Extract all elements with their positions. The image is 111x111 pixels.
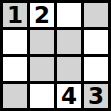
- cell-r3c3[interactable]: [57, 57, 81, 81]
- cell-r4c2[interactable]: [30, 84, 54, 108]
- cell-r1c1[interactable]: 1: [3, 3, 27, 27]
- cell-r2c3[interactable]: [57, 30, 81, 54]
- cell-r3c2[interactable]: [30, 57, 54, 81]
- given-digit: 3: [88, 85, 104, 108]
- given-digit: 4: [61, 85, 77, 108]
- cell-r2c4[interactable]: [84, 30, 108, 54]
- sudoku-board: 1243: [0, 0, 111, 111]
- cell-r4c3[interactable]: 4: [57, 84, 81, 108]
- cell-r2c1[interactable]: [3, 30, 27, 54]
- cell-r1c2[interactable]: 2: [30, 3, 54, 27]
- given-digit: 1: [7, 4, 23, 27]
- cell-r4c1[interactable]: [3, 84, 27, 108]
- cell-r4c4[interactable]: 3: [84, 84, 108, 108]
- cell-r1c3[interactable]: [57, 3, 81, 27]
- cell-r1c4[interactable]: [84, 3, 108, 27]
- cell-r3c1[interactable]: [3, 57, 27, 81]
- cell-r2c2[interactable]: [30, 30, 54, 54]
- cell-r3c4[interactable]: [84, 57, 108, 81]
- given-digit: 2: [34, 4, 50, 27]
